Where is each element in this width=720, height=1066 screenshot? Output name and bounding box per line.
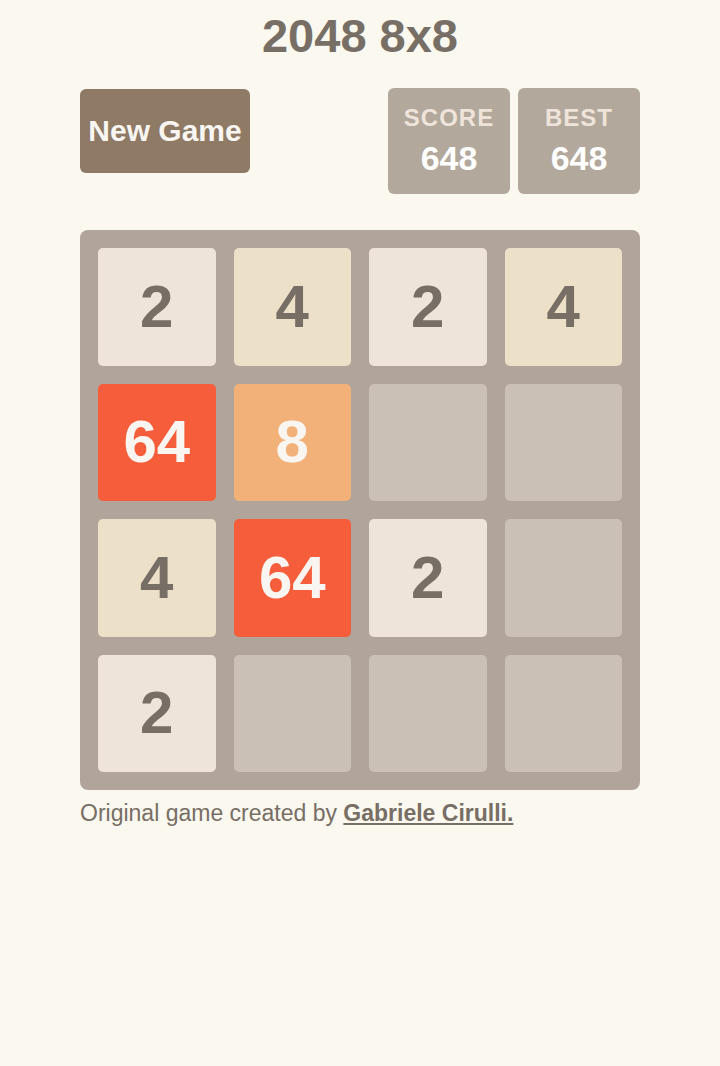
- author-link[interactable]: Gabriele Cirulli.: [343, 800, 513, 826]
- new-game-button[interactable]: New Game: [80, 89, 250, 173]
- tile-2: 2: [98, 655, 216, 773]
- score-label: SCORE: [404, 104, 494, 132]
- empty-cell: [505, 519, 623, 637]
- tile-64: 64: [234, 519, 352, 637]
- page: 2048 8x8 New Game SCORE 648 BEST 648 242…: [0, 6, 720, 827]
- tile-8: 8: [234, 384, 352, 502]
- tile-2: 2: [369, 248, 487, 366]
- board[interactable]: 242464846422: [80, 230, 640, 790]
- scoreboard: SCORE 648 BEST 648: [388, 88, 640, 194]
- empty-cell: [369, 655, 487, 773]
- page-title: 2048 8x8: [80, 6, 640, 66]
- empty-cell: [505, 384, 623, 502]
- best-box: BEST 648: [518, 88, 640, 194]
- score-value: 648: [421, 139, 478, 178]
- best-label: BEST: [545, 104, 613, 132]
- header-row: New Game SCORE 648 BEST 648: [80, 88, 640, 194]
- empty-cell: [505, 655, 623, 773]
- footer-note: Original game created by Gabriele Cirull…: [80, 800, 640, 827]
- score-box: SCORE 648: [388, 88, 510, 194]
- tile-4: 4: [98, 519, 216, 637]
- empty-cell: [234, 655, 352, 773]
- tile-4: 4: [234, 248, 352, 366]
- empty-cell: [369, 384, 487, 502]
- footer-text: Original game created by: [80, 800, 343, 826]
- tile-64: 64: [98, 384, 216, 502]
- tile-4: 4: [505, 248, 623, 366]
- tile-2: 2: [98, 248, 216, 366]
- tile-2: 2: [369, 519, 487, 637]
- best-value: 648: [551, 139, 608, 178]
